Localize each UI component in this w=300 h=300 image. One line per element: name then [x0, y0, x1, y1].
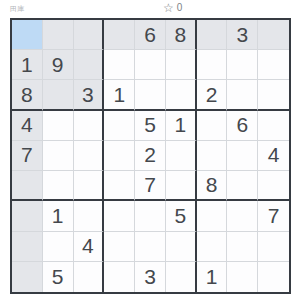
cell-r2c2[interactable]: 9	[43, 50, 74, 80]
cell-r8c5[interactable]	[135, 232, 166, 262]
cell-r8c7[interactable]	[197, 232, 228, 262]
cell-r8c4[interactable]	[104, 232, 135, 262]
cell-r5c6[interactable]	[166, 141, 197, 171]
cell-r6c8[interactable]	[227, 171, 258, 201]
cell-r2c3[interactable]	[74, 50, 105, 80]
cell-r5c8[interactable]	[227, 141, 258, 171]
star-score: ☆ 0	[163, 1, 182, 15]
cell-r3c8[interactable]	[227, 80, 258, 110]
cell-r2c8[interactable]	[227, 50, 258, 80]
cell-r1c9[interactable]	[258, 20, 289, 50]
cell-r8c1[interactable]	[12, 232, 43, 262]
cell-r3c7[interactable]: 2	[197, 80, 228, 110]
cell-r7c8[interactable]	[227, 201, 258, 231]
cell-r9c8[interactable]	[227, 262, 258, 292]
cell-r1c6[interactable]: 8	[166, 20, 197, 50]
cell-r9c4[interactable]	[104, 262, 135, 292]
cell-r8c2[interactable]	[43, 232, 74, 262]
cell-r3c4[interactable]: 1	[104, 80, 135, 110]
cell-r2c4[interactable]	[104, 50, 135, 80]
cell-r5c2[interactable]	[43, 141, 74, 171]
cell-r3c9[interactable]	[258, 80, 289, 110]
cell-r2c6[interactable]	[166, 50, 197, 80]
cell-r9c7[interactable]: 1	[197, 262, 228, 292]
top-bar: 田庫 ☆ 0	[0, 0, 300, 18]
cell-r1c4[interactable]	[104, 20, 135, 50]
cell-r3c1[interactable]: 8	[12, 80, 43, 110]
cell-r7c6[interactable]: 5	[166, 201, 197, 231]
cell-r6c2[interactable]	[43, 171, 74, 201]
cell-r6c4[interactable]	[104, 171, 135, 201]
star-count: 0	[177, 1, 183, 15]
cell-r6c3[interactable]	[74, 171, 105, 201]
star-icon: ☆	[163, 1, 174, 15]
cell-r1c8[interactable]: 3	[227, 20, 258, 50]
cell-r4c5[interactable]: 5	[135, 111, 166, 141]
cell-r2c7[interactable]	[197, 50, 228, 80]
cell-r4c1[interactable]: 4	[12, 111, 43, 141]
cell-r5c9[interactable]: 4	[258, 141, 289, 171]
cell-r7c4[interactable]	[104, 201, 135, 231]
sudoku-board: 6831983124516724781574531	[10, 18, 291, 294]
cell-r7c3[interactable]	[74, 201, 105, 231]
cell-r9c3[interactable]	[74, 262, 105, 292]
cell-r7c7[interactable]	[197, 201, 228, 231]
cell-r5c3[interactable]	[74, 141, 105, 171]
cell-r9c9[interactable]	[258, 262, 289, 292]
cell-r1c5[interactable]: 6	[135, 20, 166, 50]
cell-r8c3[interactable]: 4	[74, 232, 105, 262]
cell-r7c9[interactable]: 7	[258, 201, 289, 231]
cell-r5c4[interactable]	[104, 141, 135, 171]
cell-r6c7[interactable]: 8	[197, 171, 228, 201]
cell-r6c1[interactable]	[12, 171, 43, 201]
cell-r8c9[interactable]	[258, 232, 289, 262]
cell-r1c1[interactable]	[12, 20, 43, 50]
cell-r6c5[interactable]: 7	[135, 171, 166, 201]
cell-r3c5[interactable]	[135, 80, 166, 110]
cell-r3c6[interactable]	[166, 80, 197, 110]
cell-r5c5[interactable]: 2	[135, 141, 166, 171]
cell-r6c6[interactable]	[166, 171, 197, 201]
cell-r4c6[interactable]: 1	[166, 111, 197, 141]
difficulty-label: 田庫	[10, 4, 24, 14]
cell-r9c1[interactable]	[12, 262, 43, 292]
cell-r7c2[interactable]: 1	[43, 201, 74, 231]
cell-r2c9[interactable]	[258, 50, 289, 80]
cell-r4c9[interactable]	[258, 111, 289, 141]
cell-r4c2[interactable]	[43, 111, 74, 141]
cell-r9c5[interactable]: 3	[135, 262, 166, 292]
cell-r9c2[interactable]: 5	[43, 262, 74, 292]
cell-r5c1[interactable]: 7	[12, 141, 43, 171]
cell-r1c3[interactable]	[74, 20, 105, 50]
cell-r1c7[interactable]	[197, 20, 228, 50]
cell-r3c3[interactable]: 3	[74, 80, 105, 110]
cell-r4c4[interactable]	[104, 111, 135, 141]
cell-r6c9[interactable]	[258, 171, 289, 201]
cell-r7c5[interactable]	[135, 201, 166, 231]
cell-r5c7[interactable]	[197, 141, 228, 171]
cell-r1c2[interactable]	[43, 20, 74, 50]
cell-r7c1[interactable]	[12, 201, 43, 231]
cell-r2c1[interactable]: 1	[12, 50, 43, 80]
cell-r4c7[interactable]	[197, 111, 228, 141]
cell-r9c6[interactable]	[166, 262, 197, 292]
cell-r2c5[interactable]	[135, 50, 166, 80]
cell-r8c8[interactable]	[227, 232, 258, 262]
cell-r4c3[interactable]	[74, 111, 105, 141]
cell-r3c2[interactable]	[43, 80, 74, 110]
cell-r4c8[interactable]: 6	[227, 111, 258, 141]
cell-r8c6[interactable]	[166, 232, 197, 262]
